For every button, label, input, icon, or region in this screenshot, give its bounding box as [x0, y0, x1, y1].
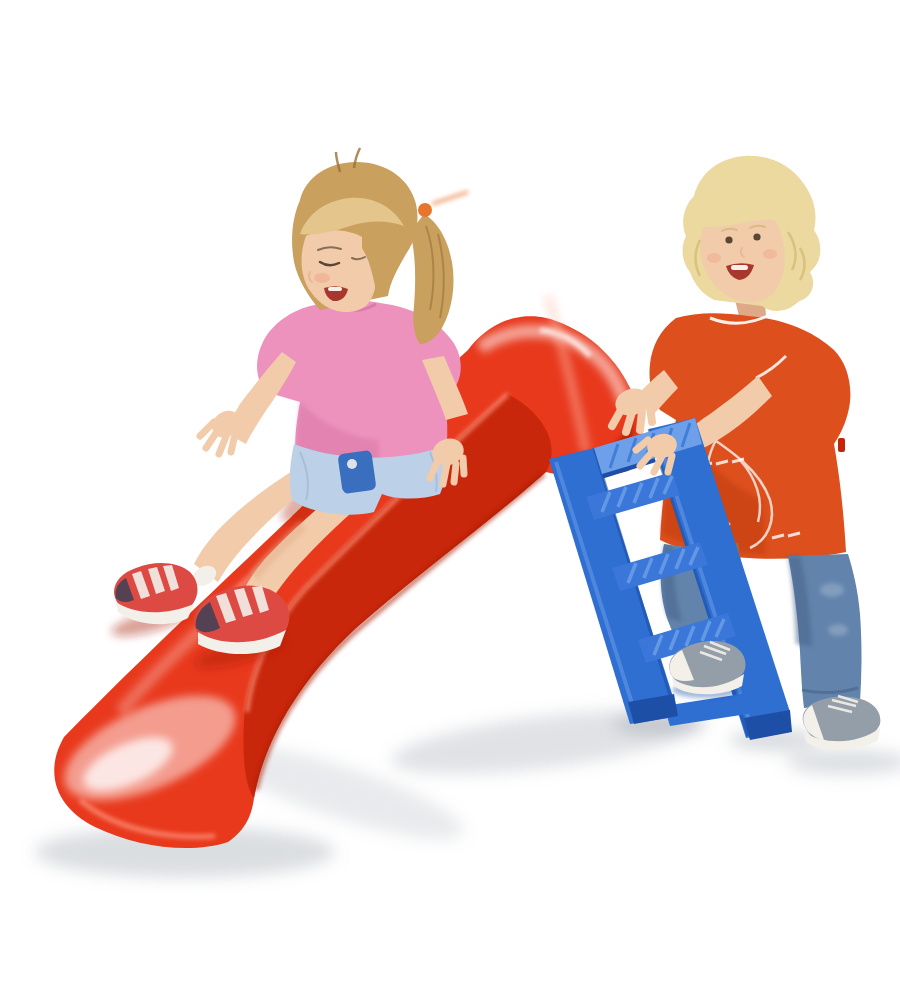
- slide-scene-illustration: [0, 0, 900, 1000]
- boy-sneaker-on-ground: [803, 696, 881, 750]
- girl-shorts-patch-dot: [347, 459, 357, 469]
- boy-eye-right: [753, 233, 760, 240]
- girl-shorts-patch: [337, 450, 376, 494]
- boy-teeth: [731, 265, 748, 270]
- boy-head: [683, 156, 821, 311]
- boy-blush-right: [763, 249, 777, 259]
- girl-blush: [314, 273, 330, 283]
- boy-shirt-hem-tag: [838, 438, 845, 452]
- girl-hair-tie: [418, 203, 432, 217]
- girl-teeth: [328, 287, 342, 291]
- boy-eye-left: [725, 236, 732, 243]
- product-photo: [0, 0, 900, 1000]
- boy-blush-left: [707, 253, 721, 263]
